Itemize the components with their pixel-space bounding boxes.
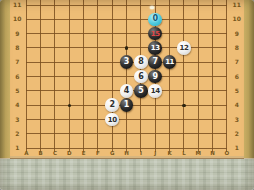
row-label-left: 10 [11, 16, 24, 22]
column-label: I [136, 150, 146, 156]
column-label: N [208, 150, 218, 156]
move-number: 12 [179, 44, 188, 52]
stone-black-9: 9 [148, 70, 162, 84]
star-point [68, 104, 71, 107]
stone-black-1: 1 [120, 98, 134, 112]
column-label: E [79, 150, 89, 156]
row-label-left: 11 [11, 2, 24, 8]
star-point [182, 104, 185, 107]
move-number: 0 [152, 15, 158, 23]
grid-line [26, 33, 228, 34]
stone-black-7: 7 [148, 55, 162, 69]
grid-line [26, 133, 228, 134]
move-number: 15 [151, 30, 160, 38]
cursor-stone[interactable]: 0 [148, 13, 162, 27]
move-number: 3 [124, 58, 130, 66]
stone-white-4: 4 [120, 84, 134, 98]
gomoku-game-screen: 11111010998877665544332211ABCDEFGHIJKLMN… [0, 0, 254, 190]
stone-white-2: 2 [105, 98, 119, 112]
stone-black-11: 11 [163, 55, 177, 69]
move-number: 10 [108, 116, 117, 124]
grid-line [26, 5, 228, 6]
grid-line [26, 119, 228, 120]
row-label-right: 4 [231, 102, 244, 108]
row-label-left: 5 [11, 88, 24, 94]
column-label: B [36, 150, 46, 156]
move-number: 14 [151, 87, 160, 95]
row-label-left: 4 [11, 102, 24, 108]
move-number: 1 [124, 101, 130, 109]
move-number: 7 [152, 58, 158, 66]
row-label-right: 2 [231, 131, 244, 137]
grid-line [26, 148, 228, 149]
stone-black-13: 13 [148, 41, 162, 55]
column-label: L [179, 150, 189, 156]
move-number: 11 [165, 58, 174, 66]
row-label-left: 3 [11, 117, 24, 123]
row-label-right: 3 [231, 117, 244, 123]
column-label: F [93, 150, 103, 156]
stone-black-5: 5 [134, 84, 148, 98]
column-label: G [107, 150, 117, 156]
stone-white-6: 6 [134, 70, 148, 84]
row-label-left: 9 [11, 31, 24, 37]
stone-white-14: 14 [148, 84, 162, 98]
move-number: 8 [138, 58, 144, 66]
column-label: M [193, 150, 203, 156]
stone-white-12: 12 [177, 41, 191, 55]
column-label: A [21, 150, 31, 156]
table-mat [0, 158, 254, 190]
stone-white-10: 10 [105, 113, 119, 127]
move-number: 2 [109, 101, 115, 109]
row-label-right: 9 [231, 31, 244, 37]
row-label-right: 1 [231, 145, 244, 151]
column-label: C [50, 150, 60, 156]
column-label: K [165, 150, 175, 156]
row-label-left: 6 [11, 74, 24, 80]
move-number: 9 [152, 73, 158, 81]
column-label: J [150, 150, 160, 156]
row-label-right: 5 [231, 88, 244, 94]
sparkle-icon [150, 6, 153, 9]
move-number: 6 [138, 73, 144, 81]
move-number: 5 [138, 87, 144, 95]
column-label: H [122, 150, 132, 156]
column-label: D [64, 150, 74, 156]
grid-line [26, 19, 228, 20]
grid-line [26, 76, 228, 77]
stone-white-8: 8 [134, 55, 148, 69]
row-label-left: 8 [11, 45, 24, 51]
board-grid[interactable]: 11111010998877665544332211ABCDEFGHIJKLMN… [0, 0, 254, 158]
stone-black-15: 15 [148, 27, 162, 41]
row-label-left: 2 [11, 131, 24, 137]
row-label-right: 8 [231, 45, 244, 51]
column-label: O [222, 150, 232, 156]
row-label-right: 10 [231, 16, 244, 22]
row-label-right: 11 [231, 2, 244, 8]
move-number: 4 [124, 87, 130, 95]
star-point [125, 46, 128, 49]
move-number: 13 [151, 44, 160, 52]
row-label-right: 7 [231, 59, 244, 65]
row-label-right: 6 [231, 74, 244, 80]
row-label-left: 7 [11, 59, 24, 65]
stone-black-3: 3 [120, 55, 134, 69]
